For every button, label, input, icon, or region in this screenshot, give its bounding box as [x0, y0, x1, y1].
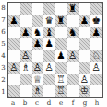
- square-g6[interactable]: [79, 27, 91, 39]
- square-f8[interactable]: ♜: [67, 3, 79, 15]
- black-rook-piece[interactable]: ♜: [55, 15, 67, 27]
- square-d3[interactable]: ♙: [43, 62, 55, 74]
- square-g4[interactable]: [79, 50, 91, 62]
- square-g7[interactable]: ♟: [79, 15, 91, 27]
- square-f6[interactable]: ♞: [67, 27, 79, 39]
- square-d5[interactable]: ♟: [43, 38, 55, 50]
- square-g3[interactable]: [79, 62, 91, 74]
- square-d1[interactable]: [43, 85, 55, 97]
- square-b8[interactable]: [20, 3, 32, 15]
- rank-label-6: 6: [0, 26, 7, 38]
- white-pawn-piece[interactable]: ♙: [90, 62, 102, 74]
- rank-labels: 87654321: [0, 2, 7, 98]
- file-label-e: e: [55, 99, 67, 107]
- black-king-piece[interactable]: ♚: [90, 15, 102, 27]
- square-b2[interactable]: [20, 74, 32, 86]
- square-c3[interactable]: ♙: [32, 62, 44, 74]
- square-h7[interactable]: ♚: [90, 15, 102, 27]
- black-queen-piece[interactable]: ♛: [43, 15, 55, 27]
- square-h2[interactable]: [90, 74, 102, 86]
- square-f4[interactable]: ♙: [67, 50, 79, 62]
- square-f3[interactable]: [67, 62, 79, 74]
- square-c8[interactable]: [32, 3, 44, 15]
- square-e6[interactable]: [55, 27, 67, 39]
- rank-label-7: 7: [0, 14, 7, 26]
- square-e1[interactable]: ♖: [55, 85, 67, 97]
- square-a3[interactable]: ♙: [8, 62, 20, 74]
- square-h3[interactable]: ♙: [90, 62, 102, 74]
- white-bishop-piece[interactable]: ♗: [32, 85, 44, 97]
- square-a8[interactable]: [8, 3, 20, 15]
- square-d2[interactable]: [43, 74, 55, 86]
- rank-label-3: 3: [0, 62, 7, 74]
- black-pawn-piece[interactable]: ♟: [20, 27, 32, 39]
- file-label-a: a: [7, 99, 19, 107]
- rank-label-5: 5: [0, 38, 7, 50]
- black-pawn-piece[interactable]: ♟: [8, 15, 20, 27]
- square-a6[interactable]: [8, 27, 20, 39]
- white-king-piece[interactable]: ♔: [79, 85, 91, 97]
- square-g8[interactable]: [79, 3, 91, 15]
- file-labels: abcdefgh: [7, 99, 103, 107]
- white-knight-piece[interactable]: ♘: [90, 50, 102, 62]
- square-h1[interactable]: [90, 85, 102, 97]
- square-b1[interactable]: [20, 85, 32, 97]
- black-pawn-piece[interactable]: ♟: [43, 38, 55, 50]
- file-label-h: h: [91, 99, 103, 107]
- rank-label-8: 8: [0, 2, 7, 14]
- square-b4[interactable]: ♙: [20, 50, 32, 62]
- black-pawn-piece[interactable]: ♟: [90, 27, 102, 39]
- square-c5[interactable]: ♟: [32, 38, 44, 50]
- square-c1[interactable]: ♗: [32, 85, 44, 97]
- square-h8[interactable]: [90, 3, 102, 15]
- square-a7[interactable]: ♟: [8, 15, 20, 27]
- square-a5[interactable]: [8, 38, 20, 50]
- file-label-b: b: [19, 99, 31, 107]
- rank-label-4: 4: [0, 50, 7, 62]
- file-label-d: d: [43, 99, 55, 107]
- square-d8[interactable]: [43, 3, 55, 15]
- square-c7[interactable]: [32, 15, 44, 27]
- square-d7[interactable]: ♛: [43, 15, 55, 27]
- black-pawn-piece[interactable]: ♟: [32, 38, 44, 50]
- square-e4[interactable]: ♟: [55, 50, 67, 62]
- white-bishop-piece[interactable]: ♗: [20, 62, 32, 74]
- file-label-g: g: [79, 99, 91, 107]
- rank-label-2: 2: [0, 74, 7, 86]
- white-pawn-piece[interactable]: ♙: [20, 50, 32, 62]
- white-pawn-piece[interactable]: ♙: [32, 62, 44, 74]
- square-g1[interactable]: ♔: [79, 85, 91, 97]
- square-e3[interactable]: [55, 62, 67, 74]
- square-h6[interactable]: ♟: [90, 27, 102, 39]
- square-f7[interactable]: [67, 15, 79, 27]
- black-knight-piece[interactable]: ♞: [67, 27, 79, 39]
- black-pawn-piece[interactable]: ♟: [79, 15, 91, 27]
- chess-diagram: 87654321 ♜♟♛♜♟♚♟♞♝♞♟♟♟♙♟♙♘♙♗♙♙♙♕♖♙♗♖♔ ab…: [0, 0, 107, 107]
- file-label-c: c: [31, 99, 43, 107]
- file-label-f: f: [67, 99, 79, 107]
- square-f2[interactable]: [67, 74, 79, 86]
- white-rook-piece[interactable]: ♖: [55, 85, 67, 97]
- square-c4[interactable]: [32, 50, 44, 62]
- square-f1[interactable]: [67, 85, 79, 97]
- white-pawn-piece[interactable]: ♙: [67, 50, 79, 62]
- square-h4[interactable]: ♘: [90, 50, 102, 62]
- square-e7[interactable]: ♜: [55, 15, 67, 27]
- square-g5[interactable]: [79, 38, 91, 50]
- square-a4[interactable]: [8, 50, 20, 62]
- square-a2[interactable]: [8, 74, 20, 86]
- square-b6[interactable]: ♟: [20, 27, 32, 39]
- chess-board[interactable]: ♜♟♛♜♟♚♟♞♝♞♟♟♟♙♟♙♘♙♗♙♙♙♕♖♙♗♖♔: [7, 2, 103, 98]
- white-pawn-piece[interactable]: ♙: [8, 62, 20, 74]
- square-d4[interactable]: [43, 50, 55, 62]
- square-e8[interactable]: [55, 3, 67, 15]
- black-pawn-piece[interactable]: ♟: [55, 50, 67, 62]
- black-rook-piece[interactable]: ♜: [67, 3, 79, 15]
- rank-label-1: 1: [0, 86, 7, 98]
- square-b3[interactable]: ♗: [20, 62, 32, 74]
- white-pawn-piece[interactable]: ♙: [43, 62, 55, 74]
- square-a1[interactable]: [8, 85, 20, 97]
- square-b7[interactable]: [20, 15, 32, 27]
